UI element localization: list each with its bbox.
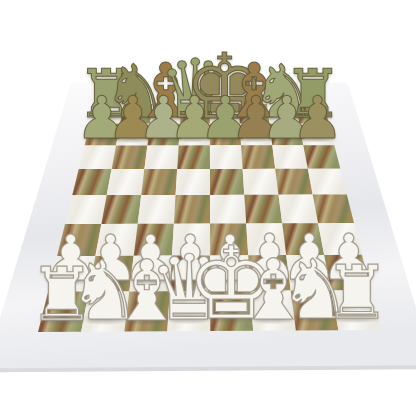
square-f3: [246, 223, 286, 255]
square-e1: [210, 291, 253, 331]
square-g1: [291, 290, 339, 330]
square-c1: [124, 291, 170, 331]
square-a4: [65, 195, 107, 224]
square-e8: [210, 104, 240, 124]
square-h7: [299, 124, 334, 146]
square-b5: [107, 169, 145, 195]
square-c5: [141, 169, 177, 195]
square-d2: [170, 255, 210, 291]
square-d7: [179, 124, 210, 146]
square-c6: [144, 145, 178, 169]
square-b8: [120, 104, 152, 124]
square-d3: [172, 224, 210, 256]
square-f8: [238, 104, 269, 124]
square-e7: [210, 124, 241, 146]
square-e4: [210, 195, 246, 224]
square-g6: [272, 145, 308, 169]
square-b7: [116, 124, 150, 146]
square-g3: [282, 223, 324, 255]
square-g8: [267, 104, 299, 124]
square-a7: [85, 124, 121, 146]
square-f6: [241, 145, 275, 169]
square-h6: [303, 145, 340, 169]
square-c8: [150, 104, 181, 124]
square-g5: [275, 169, 313, 195]
square-g2: [286, 255, 331, 291]
square-c2: [129, 256, 172, 292]
square-f2: [248, 255, 291, 291]
square-g7: [270, 124, 304, 146]
square-d6: [177, 145, 210, 169]
square-b1: [81, 291, 129, 331]
square-b6: [112, 145, 148, 169]
square-b3: [95, 224, 137, 256]
square-d5: [176, 169, 210, 195]
square-h4: [313, 195, 354, 224]
square-d4: [174, 195, 210, 224]
square-a5: [72, 169, 111, 195]
square-h8: [296, 104, 330, 124]
square-h5: [308, 169, 347, 195]
square-b4: [101, 195, 141, 224]
square-e5: [210, 169, 244, 195]
square-g4: [279, 195, 319, 224]
square-c7: [147, 124, 180, 146]
square-f5: [243, 169, 279, 195]
product-photo-chess-set: ♜♞♝♛♚♝♞♜♟♟♟♟♟♟♟♟♟♟♟♟♟♟♟♟♜♞♝♛♚♝♞♜: [0, 0, 416, 416]
chess-board: [0, 0, 416, 416]
square-b2: [89, 256, 134, 292]
square-f7: [240, 124, 273, 146]
square-d1: [167, 291, 210, 331]
square-c3: [134, 224, 174, 256]
square-e3: [210, 223, 248, 255]
square-f4: [244, 195, 282, 224]
square-c4: [138, 195, 176, 224]
square-f1: [251, 291, 296, 331]
square-e6: [210, 145, 243, 169]
square-a8: [90, 104, 124, 124]
square-e2: [210, 255, 250, 291]
square-a6: [79, 145, 116, 169]
square-d8: [180, 104, 210, 124]
